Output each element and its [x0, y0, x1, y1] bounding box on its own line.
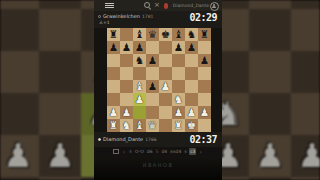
square-g1: ♚: [249, 177, 291, 180]
square-b7[interactable]: ♟: [120, 41, 133, 54]
square-e2[interactable]: [159, 106, 172, 119]
piece-black-rook[interactable]: ♜: [107, 28, 120, 41]
square-a8[interactable]: ♜: [107, 28, 120, 41]
bottom-overlay: ИВАНОВ: [94, 156, 222, 180]
piece-black-king[interactable]: ♚: [159, 28, 172, 41]
square-e7[interactable]: [159, 41, 172, 54]
square-c6[interactable]: ♞: [133, 54, 146, 67]
piece-black-pawn[interactable]: ♟: [146, 80, 159, 93]
square-a4[interactable]: [107, 80, 120, 93]
move-list-strip: ‹ 4O-Od65d4exd46c3 ›: [94, 147, 222, 156]
square-h3[interactable]: [198, 93, 211, 106]
square-g6[interactable]: [185, 54, 198, 67]
piece-white-pawn[interactable]: ♟: [172, 106, 185, 119]
piece-white-rook[interactable]: ♜: [107, 119, 120, 132]
square-g7[interactable]: ♟: [185, 41, 198, 54]
player-clock: 02:37: [189, 134, 217, 145]
square-g2: ♟: [249, 135, 291, 177]
square-b3[interactable]: [120, 93, 133, 106]
player-rating: 1766: [145, 137, 156, 142]
appbar-username[interactable]: Diamond_Dante: [173, 3, 209, 8]
square-f4[interactable]: [172, 80, 185, 93]
square-g4[interactable]: [185, 80, 198, 93]
piece-black-pawn[interactable]: ♟: [172, 41, 185, 54]
piece-black-pawn[interactable]: ♟: [120, 41, 133, 54]
square-f7[interactable]: ♟: [172, 41, 185, 54]
opponent-status-dot: [98, 15, 101, 18]
square-b2: ♟: [39, 135, 81, 177]
square-f1[interactable]: ♜: [172, 119, 185, 132]
piece-white-knight[interactable]: ♞: [120, 119, 133, 132]
square-d5[interactable]: [146, 67, 159, 80]
piece-white-pawn[interactable]: ♟: [159, 80, 172, 93]
screenshot: ♜♝♛♚♝♞♜♟♟♟♟♟♞♟♟♝♟♟♟♞♟♟♟♟♟♜♞♝♛♜♚ × Diamon…: [0, 0, 320, 180]
piece-white-pawn: ♟: [39, 135, 81, 177]
square-b6[interactable]: [120, 54, 133, 67]
square-h4: [291, 51, 320, 93]
piece-white-pawn: ♟: [291, 135, 320, 177]
square-h5[interactable]: [198, 67, 211, 80]
appbar: × Diamond_Dante: [94, 0, 222, 11]
piece-white-knight: ♞: [39, 177, 81, 180]
piece-white-rook: ♜: [0, 177, 39, 180]
square-e1[interactable]: [159, 119, 172, 132]
menu-icon[interactable]: [105, 3, 114, 8]
square-c3[interactable]: ♟: [133, 93, 146, 106]
square-c5[interactable]: [133, 67, 146, 80]
square-b4[interactable]: [120, 80, 133, 93]
square-b5: [39, 9, 81, 51]
square-h6[interactable]: ♟: [198, 54, 211, 67]
move-chip[interactable]: 4: [128, 148, 133, 155]
square-d2[interactable]: [146, 106, 159, 119]
record-icon[interactable]: [164, 3, 168, 9]
square-h1[interactable]: [198, 119, 211, 132]
square-b8[interactable]: [120, 28, 133, 41]
chess-board[interactable]: ♜♝♛♚♝♞♜♟♟♟♟♟♞♟♟♝♟♟♟♞♟♟♟♟♟♜♞♝♛♜♚: [107, 28, 211, 132]
next-move-button[interactable]: ›: [198, 147, 202, 156]
square-f5[interactable]: [172, 67, 185, 80]
square-b4: [39, 51, 81, 93]
square-g1[interactable]: ♚: [185, 119, 198, 132]
square-g3: [249, 93, 291, 135]
square-g3[interactable]: [185, 93, 198, 106]
square-b1: ♞: [39, 177, 81, 180]
player-bar: Diamond_Dante 1766 02:37: [94, 132, 222, 147]
square-a2[interactable]: ♟: [107, 106, 120, 119]
square-a3[interactable]: [107, 93, 120, 106]
watermark-text: ИВАНОВ: [94, 162, 222, 168]
square-c7[interactable]: ♟: [133, 41, 146, 54]
square-a1: ♜: [0, 177, 39, 180]
piece-white-queen[interactable]: ♛: [146, 119, 159, 132]
piece-black-rook[interactable]: ♜: [198, 28, 211, 41]
captured-material: ♙+1: [99, 20, 110, 25]
square-g5: [249, 9, 291, 51]
square-h7[interactable]: [198, 41, 211, 54]
move-chip[interactable]: 5: [155, 148, 160, 155]
square-f3[interactable]: ♞: [172, 93, 185, 106]
search-icon[interactable]: [144, 2, 150, 8]
opponent-bar: Grawinkelchen 1781 ♙+1 02:29: [94, 11, 222, 28]
player-name[interactable]: Diamond_Dante: [103, 136, 143, 142]
piece-white-pawn: ♟: [249, 135, 291, 177]
square-h5: [291, 9, 320, 51]
square-b6: [39, 0, 81, 9]
square-h2: ♟: [291, 135, 320, 177]
square-e8[interactable]: ♚: [159, 28, 172, 41]
lichess-app-panel: × Diamond_Dante Grawinkelchen 1781 ♙+1 0…: [94, 0, 222, 180]
move-chip[interactable]: exd4: [169, 148, 182, 155]
square-b3: [39, 93, 81, 135]
piece-white-pawn[interactable]: ♟: [107, 106, 120, 119]
square-a6[interactable]: [107, 54, 120, 67]
opponent-rating: 1781: [142, 14, 153, 19]
square-e5[interactable]: [159, 67, 172, 80]
move-chip[interactable]: O-O: [134, 148, 145, 155]
square-g5[interactable]: [185, 67, 198, 80]
square-a6: [0, 0, 39, 9]
square-e3[interactable]: [159, 93, 172, 106]
piece-black-knight[interactable]: ♞: [133, 54, 146, 67]
square-c1[interactable]: ♝: [133, 119, 146, 132]
close-icon[interactable]: ×: [154, 1, 160, 10]
flip-board-icon[interactable]: [113, 149, 119, 155]
square-f6[interactable]: [172, 54, 185, 67]
piece-white-rook[interactable]: ♜: [172, 119, 185, 132]
piece-black-bishop[interactable]: ♝: [172, 28, 185, 41]
square-a1[interactable]: ♜: [107, 119, 120, 132]
piece-black-pawn: ♟: [291, 0, 320, 9]
square-c4[interactable]: ♝: [133, 80, 146, 93]
square-g8[interactable]: ♞: [185, 28, 198, 41]
piece-white-king[interactable]: ♚: [185, 119, 198, 132]
piece-black-pawn[interactable]: ♟: [198, 54, 211, 67]
square-a2: ♟: [0, 135, 39, 177]
piece-white-pawn[interactable]: ♟: [120, 106, 133, 119]
piece-white-pawn: ♟: [0, 135, 39, 177]
square-h8[interactable]: ♜: [198, 28, 211, 41]
square-d7[interactable]: [146, 41, 159, 54]
square-a5: [0, 9, 39, 51]
square-h2[interactable]: ♟: [198, 106, 211, 119]
prev-move-button[interactable]: ‹: [122, 147, 126, 156]
player-status-dot: [98, 138, 101, 141]
move-chip[interactable]: 6: [183, 148, 188, 155]
move-chip[interactable]: c3: [189, 148, 196, 155]
square-b2[interactable]: ♟: [120, 106, 133, 119]
move-chip[interactable]: d6: [146, 148, 154, 155]
square-d3[interactable]: [146, 93, 159, 106]
square-h3: [291, 93, 320, 135]
piece-white-king: ♚: [249, 177, 291, 180]
square-h4[interactable]: [198, 80, 211, 93]
piece-black-pawn[interactable]: ♟: [107, 41, 120, 54]
move-chip[interactable]: d4: [160, 148, 168, 155]
square-c8[interactable]: ♝: [133, 28, 146, 41]
piece-black-pawn[interactable]: ♟: [185, 41, 198, 54]
square-e4[interactable]: ♟: [159, 80, 172, 93]
square-a5[interactable]: [107, 67, 120, 80]
piece-white-pawn[interactable]: ♟: [198, 106, 211, 119]
opponent-clock: 02:29: [189, 12, 217, 23]
piece-white-pawn[interactable]: ♟: [133, 93, 146, 106]
avatar-icon[interactable]: [210, 2, 219, 11]
move-chips: 4O-Od65d4exd46c3: [128, 148, 196, 155]
square-a7[interactable]: ♟: [107, 41, 120, 54]
piece-black-pawn[interactable]: ♟: [146, 54, 159, 67]
piece-white-bishop[interactable]: ♝: [133, 119, 146, 132]
square-h6: ♟: [291, 0, 320, 9]
square-g4: [249, 51, 291, 93]
square-f2[interactable]: ♟: [172, 106, 185, 119]
square-g6: [249, 0, 291, 9]
piece-black-pawn[interactable]: ♟: [133, 41, 146, 54]
square-d8[interactable]: ♛: [146, 28, 159, 41]
square-b1[interactable]: ♞: [120, 119, 133, 132]
square-a4: [0, 51, 39, 93]
square-d4[interactable]: ♟: [146, 80, 159, 93]
square-c2[interactable]: [133, 106, 146, 119]
square-h1: [291, 177, 320, 180]
piece-white-bishop[interactable]: ♝: [133, 80, 146, 93]
square-a3: [0, 93, 39, 135]
piece-black-bishop[interactable]: ♝: [133, 28, 146, 41]
square-e6[interactable]: [159, 54, 172, 67]
opponent-name[interactable]: Grawinkelchen: [103, 13, 140, 19]
piece-black-knight[interactable]: ♞: [185, 28, 198, 41]
square-b5[interactable]: [120, 67, 133, 80]
square-f8[interactable]: ♝: [172, 28, 185, 41]
square-d6[interactable]: ♟: [146, 54, 159, 67]
piece-white-knight[interactable]: ♞: [172, 93, 185, 106]
piece-black-queen[interactable]: ♛: [146, 28, 159, 41]
square-g2[interactable]: ♟: [185, 106, 198, 119]
piece-white-pawn[interactable]: ♟: [185, 106, 198, 119]
square-d1[interactable]: ♛: [146, 119, 159, 132]
